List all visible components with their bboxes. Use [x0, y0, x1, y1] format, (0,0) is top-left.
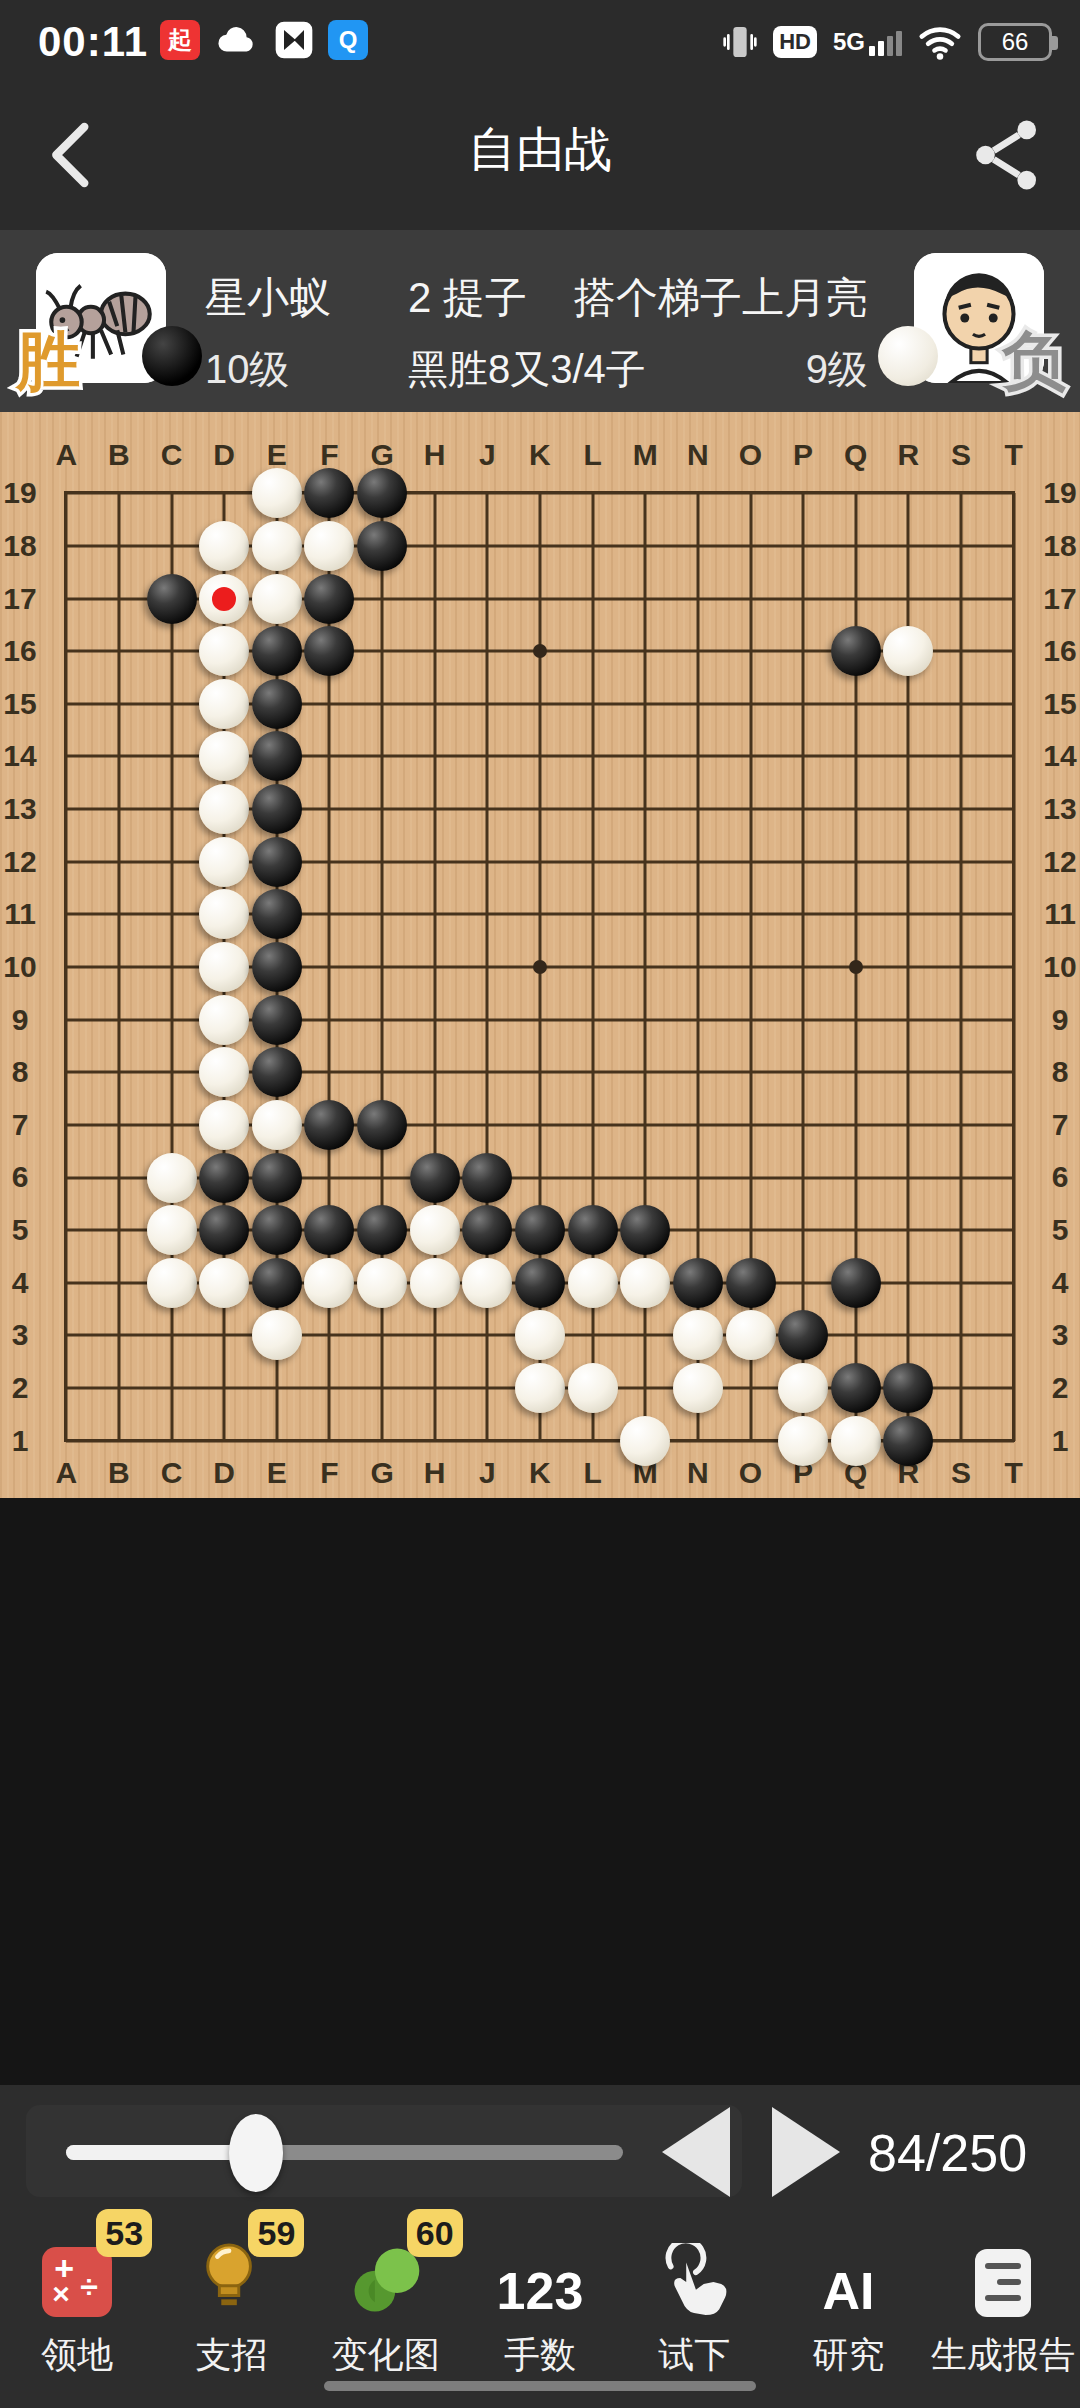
board-cell-K5[interactable]	[514, 1204, 567, 1257]
board-cell-O2[interactable]	[724, 1362, 777, 1415]
board-cell-R18[interactable]	[882, 520, 935, 573]
board-cell-H13[interactable]	[408, 783, 461, 836]
board-cell-P5[interactable]	[777, 1204, 830, 1257]
board-cell-C6[interactable]	[145, 1151, 198, 1204]
board-cell-M11[interactable]	[619, 888, 672, 941]
board-cell-C16[interactable]	[145, 625, 198, 678]
board-cell-C7[interactable]	[145, 1099, 198, 1152]
board-cell-A10[interactable]	[40, 941, 93, 994]
board-cell-K3[interactable]	[514, 1309, 567, 1362]
board-cell-K16[interactable]	[514, 625, 567, 678]
board-cell-T12[interactable]	[987, 835, 1040, 888]
board-cell-J4[interactable]	[461, 1256, 514, 1309]
board-cell-F11[interactable]	[303, 888, 356, 941]
share-icon[interactable]	[964, 112, 1050, 198]
board-cell-A12[interactable]	[40, 835, 93, 888]
board-cell-D10[interactable]	[198, 941, 251, 994]
board-cell-N13[interactable]	[672, 783, 725, 836]
board-cell-C18[interactable]	[145, 520, 198, 573]
board-cell-R11[interactable]	[882, 888, 935, 941]
board-cell-E12[interactable]	[251, 835, 304, 888]
board-cell-D2[interactable]	[198, 1362, 251, 1415]
board-cell-T8[interactable]	[987, 1046, 1040, 1099]
board-cell-S10[interactable]	[935, 941, 988, 994]
board-cell-H14[interactable]	[408, 730, 461, 783]
board-cell-E1[interactable]	[251, 1414, 304, 1467]
board-cell-M17[interactable]	[619, 572, 672, 625]
board-cell-O3[interactable]	[724, 1309, 777, 1362]
board-cell-H2[interactable]	[408, 1362, 461, 1415]
board-cell-C4[interactable]	[145, 1256, 198, 1309]
board-cell-D1[interactable]	[198, 1414, 251, 1467]
board-cell-Q4[interactable]	[829, 1256, 882, 1309]
board-cell-B3[interactable]	[93, 1309, 146, 1362]
board-cell-G18[interactable]	[356, 520, 409, 573]
board-cell-C1[interactable]	[145, 1414, 198, 1467]
board-cell-F5[interactable]	[303, 1204, 356, 1257]
board-cell-O10[interactable]	[724, 941, 777, 994]
next-move-button[interactable]	[772, 2107, 840, 2197]
board-cell-T9[interactable]	[987, 993, 1040, 1046]
board-cell-B10[interactable]	[93, 941, 146, 994]
board-cell-Q17[interactable]	[829, 572, 882, 625]
board-cell-K10[interactable]	[514, 941, 567, 994]
board-cell-C3[interactable]	[145, 1309, 198, 1362]
board-cell-P15[interactable]	[777, 678, 830, 731]
board-cell-F3[interactable]	[303, 1309, 356, 1362]
board-cell-N17[interactable]	[672, 572, 725, 625]
board-cell-S8[interactable]	[935, 1046, 988, 1099]
board-cell-K8[interactable]	[514, 1046, 567, 1099]
board-cell-R6[interactable]	[882, 1151, 935, 1204]
board-cell-M19[interactable]	[619, 467, 672, 520]
board-cell-A2[interactable]	[40, 1362, 93, 1415]
board-cell-E14[interactable]	[251, 730, 304, 783]
board-cell-T2[interactable]	[987, 1362, 1040, 1415]
board-cell-G17[interactable]	[356, 572, 409, 625]
board-cell-Q14[interactable]	[829, 730, 882, 783]
board-cell-S11[interactable]	[935, 888, 988, 941]
board-cell-T18[interactable]	[987, 520, 1040, 573]
board-cell-E8[interactable]	[251, 1046, 304, 1099]
board-cell-S14[interactable]	[935, 730, 988, 783]
board-cell-R10[interactable]	[882, 941, 935, 994]
board-cell-G10[interactable]	[356, 941, 409, 994]
board-cell-D6[interactable]	[198, 1151, 251, 1204]
board-cell-Q11[interactable]	[829, 888, 882, 941]
board-cell-B18[interactable]	[93, 520, 146, 573]
board-cell-C11[interactable]	[145, 888, 198, 941]
board-cell-B12[interactable]	[93, 835, 146, 888]
board-cell-T10[interactable]	[987, 941, 1040, 994]
board-cell-Q18[interactable]	[829, 520, 882, 573]
board-cell-R9[interactable]	[882, 993, 935, 1046]
board-cell-A7[interactable]	[40, 1099, 93, 1152]
board-cell-T3[interactable]	[987, 1309, 1040, 1362]
board-cell-K7[interactable]	[514, 1099, 567, 1152]
board-cell-F6[interactable]	[303, 1151, 356, 1204]
board-cell-T13[interactable]	[987, 783, 1040, 836]
board-cell-L1[interactable]	[566, 1414, 619, 1467]
board-cell-A16[interactable]	[40, 625, 93, 678]
board-cell-T4[interactable]	[987, 1256, 1040, 1309]
board-cell-L3[interactable]	[566, 1309, 619, 1362]
board-cell-N8[interactable]	[672, 1046, 725, 1099]
board-cell-L7[interactable]	[566, 1099, 619, 1152]
board-cell-L8[interactable]	[566, 1046, 619, 1099]
board-cell-M5[interactable]	[619, 1204, 672, 1257]
board-cell-H4[interactable]	[408, 1256, 461, 1309]
board-cell-E18[interactable]	[251, 520, 304, 573]
board-cell-P19[interactable]	[777, 467, 830, 520]
board-cell-B8[interactable]	[93, 1046, 146, 1099]
board-cell-C14[interactable]	[145, 730, 198, 783]
board-cell-D13[interactable]	[198, 783, 251, 836]
board-cell-G16[interactable]	[356, 625, 409, 678]
board-cell-T1[interactable]	[987, 1414, 1040, 1467]
board-cell-P2[interactable]	[777, 1362, 830, 1415]
board-cell-G1[interactable]	[356, 1414, 409, 1467]
board-cell-A5[interactable]	[40, 1204, 93, 1257]
board-cell-G2[interactable]	[356, 1362, 409, 1415]
board-cell-G3[interactable]	[356, 1309, 409, 1362]
board-cell-B6[interactable]	[93, 1151, 146, 1204]
toolbar-item-try-move[interactable]: 试下	[617, 2225, 771, 2385]
board-cell-A6[interactable]	[40, 1151, 93, 1204]
board-cell-Q2[interactable]	[829, 1362, 882, 1415]
board-cell-J12[interactable]	[461, 835, 514, 888]
board-cell-D16[interactable]	[198, 625, 251, 678]
board-cell-C10[interactable]	[145, 941, 198, 994]
board-cell-O8[interactable]	[724, 1046, 777, 1099]
board-cell-L6[interactable]	[566, 1151, 619, 1204]
board-cell-O1[interactable]	[724, 1414, 777, 1467]
board-cell-B5[interactable]	[93, 1204, 146, 1257]
board-cell-B14[interactable]	[93, 730, 146, 783]
board-cell-N4[interactable]	[672, 1256, 725, 1309]
board-cell-R19[interactable]	[882, 467, 935, 520]
board-cell-E6[interactable]	[251, 1151, 304, 1204]
board-cell-G7[interactable]	[356, 1099, 409, 1152]
board-cell-E3[interactable]	[251, 1309, 304, 1362]
board-cell-B13[interactable]	[93, 783, 146, 836]
board-cell-A11[interactable]	[40, 888, 93, 941]
board-cell-L10[interactable]	[566, 941, 619, 994]
board-cell-P6[interactable]	[777, 1151, 830, 1204]
board-cell-J1[interactable]	[461, 1414, 514, 1467]
move-slider-thumb[interactable]	[229, 2114, 283, 2192]
board-cell-S5[interactable]	[935, 1204, 988, 1257]
board-cell-Q16[interactable]	[829, 625, 882, 678]
board-cell-E19[interactable]	[251, 467, 304, 520]
board-cell-N12[interactable]	[672, 835, 725, 888]
board-cell-M6[interactable]	[619, 1151, 672, 1204]
board-cell-Q19[interactable]	[829, 467, 882, 520]
board-cell-Q10[interactable]	[829, 941, 882, 994]
board-cell-S13[interactable]	[935, 783, 988, 836]
board-cell-O19[interactable]	[724, 467, 777, 520]
board-cell-R2[interactable]	[882, 1362, 935, 1415]
board-cell-M4[interactable]	[619, 1256, 672, 1309]
board-cell-H5[interactable]	[408, 1204, 461, 1257]
board-cell-K19[interactable]	[514, 467, 567, 520]
board-cell-S6[interactable]	[935, 1151, 988, 1204]
board-cell-H9[interactable]	[408, 993, 461, 1046]
board-cell-O17[interactable]	[724, 572, 777, 625]
board-cell-P16[interactable]	[777, 625, 830, 678]
board-cell-D9[interactable]	[198, 993, 251, 1046]
board-cell-A13[interactable]	[40, 783, 93, 836]
board-cell-F9[interactable]	[303, 993, 356, 1046]
board-cell-B9[interactable]	[93, 993, 146, 1046]
toolbar-item-hint[interactable]: 59 支招	[154, 2225, 308, 2385]
board-cell-G9[interactable]	[356, 993, 409, 1046]
board-cell-G6[interactable]	[356, 1151, 409, 1204]
board-cell-E2[interactable]	[251, 1362, 304, 1415]
board-cell-E9[interactable]	[251, 993, 304, 1046]
board-cell-M15[interactable]	[619, 678, 672, 731]
board-cell-P9[interactable]	[777, 993, 830, 1046]
board-cell-T5[interactable]	[987, 1204, 1040, 1257]
board-cell-B4[interactable]	[93, 1256, 146, 1309]
board-cell-N3[interactable]	[672, 1309, 725, 1362]
board-cell-L9[interactable]	[566, 993, 619, 1046]
board-cell-K18[interactable]	[514, 520, 567, 573]
board-cell-R15[interactable]	[882, 678, 935, 731]
board-cell-D17[interactable]	[198, 572, 251, 625]
board-cell-F7[interactable]	[303, 1099, 356, 1152]
board-cell-R12[interactable]	[882, 835, 935, 888]
board-cell-E17[interactable]	[251, 572, 304, 625]
board-cell-M3[interactable]	[619, 1309, 672, 1362]
board-cell-R17[interactable]	[882, 572, 935, 625]
board-cell-M16[interactable]	[619, 625, 672, 678]
board-cell-D8[interactable]	[198, 1046, 251, 1099]
board-cell-O12[interactable]	[724, 835, 777, 888]
board-cell-F19[interactable]	[303, 467, 356, 520]
board-cell-R7[interactable]	[882, 1099, 935, 1152]
board-cell-L19[interactable]	[566, 467, 619, 520]
board-cell-S2[interactable]	[935, 1362, 988, 1415]
board-cell-P17[interactable]	[777, 572, 830, 625]
board-cell-L13[interactable]	[566, 783, 619, 836]
board-cell-G14[interactable]	[356, 730, 409, 783]
board-cell-A3[interactable]	[40, 1309, 93, 1362]
board-cell-S17[interactable]	[935, 572, 988, 625]
board-cell-L16[interactable]	[566, 625, 619, 678]
board-cell-T15[interactable]	[987, 678, 1040, 731]
board-cell-S1[interactable]	[935, 1414, 988, 1467]
board-cell-Q13[interactable]	[829, 783, 882, 836]
board-cell-L18[interactable]	[566, 520, 619, 573]
board-cell-A17[interactable]	[40, 572, 93, 625]
board-cell-A9[interactable]	[40, 993, 93, 1046]
board-cell-T16[interactable]	[987, 625, 1040, 678]
board-cell-J8[interactable]	[461, 1046, 514, 1099]
toolbar-item-report[interactable]: 生成报告	[926, 2225, 1080, 2385]
board-cell-F12[interactable]	[303, 835, 356, 888]
board-cell-R4[interactable]	[882, 1256, 935, 1309]
board-cell-N19[interactable]	[672, 467, 725, 520]
board-cell-D18[interactable]	[198, 520, 251, 573]
board-cell-L5[interactable]	[566, 1204, 619, 1257]
board-cell-J16[interactable]	[461, 625, 514, 678]
board-cell-F8[interactable]	[303, 1046, 356, 1099]
board-cell-E11[interactable]	[251, 888, 304, 941]
move-slider[interactable]	[66, 2145, 623, 2160]
board-cell-T19[interactable]	[987, 467, 1040, 520]
toolbar-item-variation[interactable]: 60 变化图	[309, 2225, 463, 2385]
board-cell-J18[interactable]	[461, 520, 514, 573]
board-cell-Q6[interactable]	[829, 1151, 882, 1204]
board-cell-H11[interactable]	[408, 888, 461, 941]
board-cell-C15[interactable]	[145, 678, 198, 731]
home-indicator[interactable]	[324, 2381, 756, 2391]
board-cell-M18[interactable]	[619, 520, 672, 573]
board-cell-M8[interactable]	[619, 1046, 672, 1099]
board-cell-H6[interactable]	[408, 1151, 461, 1204]
board-cell-N1[interactable]	[672, 1414, 725, 1467]
board-cell-H16[interactable]	[408, 625, 461, 678]
board-cell-A1[interactable]	[40, 1414, 93, 1467]
board-cell-K9[interactable]	[514, 993, 567, 1046]
board-cell-F10[interactable]	[303, 941, 356, 994]
board-cell-N10[interactable]	[672, 941, 725, 994]
board-cell-J10[interactable]	[461, 941, 514, 994]
board-cell-O7[interactable]	[724, 1099, 777, 1152]
board-cell-R16[interactable]	[882, 625, 935, 678]
board-cell-F4[interactable]	[303, 1256, 356, 1309]
board-cell-M12[interactable]	[619, 835, 672, 888]
board-cell-P3[interactable]	[777, 1309, 830, 1362]
board-cell-H8[interactable]	[408, 1046, 461, 1099]
board-cell-J15[interactable]	[461, 678, 514, 731]
board-cell-M7[interactable]	[619, 1099, 672, 1152]
board-cell-C9[interactable]	[145, 993, 198, 1046]
board-cell-B7[interactable]	[93, 1099, 146, 1152]
board-cell-N11[interactable]	[672, 888, 725, 941]
board-cell-E5[interactable]	[251, 1204, 304, 1257]
board-cell-J19[interactable]	[461, 467, 514, 520]
board-cell-J14[interactable]	[461, 730, 514, 783]
board-cell-P4[interactable]	[777, 1256, 830, 1309]
board-cell-P14[interactable]	[777, 730, 830, 783]
board-cell-S3[interactable]	[935, 1309, 988, 1362]
board-cell-E10[interactable]	[251, 941, 304, 994]
board-cell-E7[interactable]	[251, 1099, 304, 1152]
board-cell-C8[interactable]	[145, 1046, 198, 1099]
board-cell-S9[interactable]	[935, 993, 988, 1046]
board-cell-J9[interactable]	[461, 993, 514, 1046]
board-cell-K1[interactable]	[514, 1414, 567, 1467]
board-cell-K12[interactable]	[514, 835, 567, 888]
board-cell-O9[interactable]	[724, 993, 777, 1046]
toolbar-item-move-numbers[interactable]: 123 手数	[463, 2225, 617, 2385]
toolbar-item-territory[interactable]: + × ÷ 53 领地	[0, 2225, 154, 2385]
board-cell-F13[interactable]	[303, 783, 356, 836]
board-cell-B19[interactable]	[93, 467, 146, 520]
board-cell-S4[interactable]	[935, 1256, 988, 1309]
board-cell-N15[interactable]	[672, 678, 725, 731]
board-cell-K13[interactable]	[514, 783, 567, 836]
board-cell-M13[interactable]	[619, 783, 672, 836]
board-cell-Q9[interactable]	[829, 993, 882, 1046]
board-cell-N14[interactable]	[672, 730, 725, 783]
board-cell-M2[interactable]	[619, 1362, 672, 1415]
board-cell-S12[interactable]	[935, 835, 988, 888]
board-cell-J17[interactable]	[461, 572, 514, 625]
board-cell-T6[interactable]	[987, 1151, 1040, 1204]
board-cell-F18[interactable]	[303, 520, 356, 573]
board-cell-L2[interactable]	[566, 1362, 619, 1415]
board-cell-K2[interactable]	[514, 1362, 567, 1415]
board-cell-F2[interactable]	[303, 1362, 356, 1415]
board-cell-P8[interactable]	[777, 1046, 830, 1099]
board-cell-L17[interactable]	[566, 572, 619, 625]
board-cell-N9[interactable]	[672, 993, 725, 1046]
board-cell-Q7[interactable]	[829, 1099, 882, 1152]
board-cell-P10[interactable]	[777, 941, 830, 994]
board-cell-R5[interactable]	[882, 1204, 935, 1257]
board-cell-G5[interactable]	[356, 1204, 409, 1257]
board-cell-E4[interactable]	[251, 1256, 304, 1309]
board-cell-G11[interactable]	[356, 888, 409, 941]
board-cell-F15[interactable]	[303, 678, 356, 731]
board-cell-K4[interactable]	[514, 1256, 567, 1309]
board-cell-R13[interactable]	[882, 783, 935, 836]
board-cell-H17[interactable]	[408, 572, 461, 625]
board-cell-D19[interactable]	[198, 467, 251, 520]
board-cell-C13[interactable]	[145, 783, 198, 836]
board-cell-Q15[interactable]	[829, 678, 882, 731]
board-cell-G8[interactable]	[356, 1046, 409, 1099]
board-cell-G4[interactable]	[356, 1256, 409, 1309]
board-cell-N16[interactable]	[672, 625, 725, 678]
board-cell-F1[interactable]	[303, 1414, 356, 1467]
board-cell-Q5[interactable]	[829, 1204, 882, 1257]
board-cell-E13[interactable]	[251, 783, 304, 836]
board-cell-L14[interactable]	[566, 730, 619, 783]
board-cell-M10[interactable]	[619, 941, 672, 994]
board-cell-J7[interactable]	[461, 1099, 514, 1152]
board-cell-J11[interactable]	[461, 888, 514, 941]
board-cell-A18[interactable]	[40, 520, 93, 573]
toolbar-item-research[interactable]: AI 研究	[771, 2225, 925, 2385]
board-cell-S7[interactable]	[935, 1099, 988, 1152]
board-cell-S19[interactable]	[935, 467, 988, 520]
board-cell-R14[interactable]	[882, 730, 935, 783]
board-cell-D4[interactable]	[198, 1256, 251, 1309]
board-cell-P1[interactable]	[777, 1414, 830, 1467]
board-cell-C2[interactable]	[145, 1362, 198, 1415]
board-cell-S16[interactable]	[935, 625, 988, 678]
board-cell-E16[interactable]	[251, 625, 304, 678]
board-cell-H10[interactable]	[408, 941, 461, 994]
board-cell-J6[interactable]	[461, 1151, 514, 1204]
board-cell-N18[interactable]	[672, 520, 725, 573]
board-cell-O4[interactable]	[724, 1256, 777, 1309]
board-cell-P13[interactable]	[777, 783, 830, 836]
board-cell-H12[interactable]	[408, 835, 461, 888]
board-cell-M9[interactable]	[619, 993, 672, 1046]
board-cell-A14[interactable]	[40, 730, 93, 783]
board-cell-L12[interactable]	[566, 835, 619, 888]
board-cell-R8[interactable]	[882, 1046, 935, 1099]
board-cell-O6[interactable]	[724, 1151, 777, 1204]
board-cell-O18[interactable]	[724, 520, 777, 573]
board-cell-B15[interactable]	[93, 678, 146, 731]
board-cell-O5[interactable]	[724, 1204, 777, 1257]
